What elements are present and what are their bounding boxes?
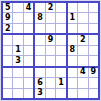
cell-r3c5[interactable] — [46, 24, 55, 33]
cell-r2c1: 9 — [3, 13, 12, 22]
cell-r4c5: 9 — [46, 35, 55, 44]
sudoku-block-1-0: 13 — [3, 35, 33, 65]
cell-r1c8[interactable] — [78, 3, 87, 12]
cell-r8c1[interactable] — [3, 78, 12, 87]
cell-r6c7[interactable] — [68, 56, 77, 65]
cell-r6c8[interactable] — [78, 56, 87, 65]
cell-r1c7[interactable] — [68, 3, 77, 12]
sudoku-block-0-2: 1 — [68, 3, 98, 33]
cell-r8c9[interactable] — [89, 78, 98, 87]
cell-r1c5: 2 — [46, 3, 55, 12]
sudoku-block-1-1: 9 — [35, 35, 65, 65]
cell-r6c5[interactable] — [46, 56, 55, 65]
cell-r9c7[interactable] — [68, 89, 77, 98]
cell-r1c6[interactable] — [56, 3, 65, 12]
cell-r3c6[interactable] — [56, 24, 65, 33]
sudoku-block-0-1: 28 — [35, 3, 65, 33]
cell-r1c2[interactable] — [13, 3, 22, 12]
cell-r7c6[interactable] — [56, 68, 65, 77]
cell-r9c8[interactable] — [78, 89, 87, 98]
cell-r8c4: 6 — [35, 78, 44, 87]
cell-r7c2[interactable] — [13, 68, 22, 77]
sudoku-block-0-0: 5492 — [3, 3, 33, 33]
cell-r3c7[interactable] — [68, 24, 77, 33]
sudoku-block-2-0 — [3, 68, 33, 98]
cell-r1c3: 4 — [24, 3, 33, 12]
cell-r3c2[interactable] — [13, 24, 22, 33]
cell-r4c7[interactable] — [68, 35, 77, 44]
cell-r9c5[interactable] — [46, 89, 55, 98]
cell-r2c5[interactable] — [46, 13, 55, 22]
cell-r7c1[interactable] — [3, 68, 12, 77]
cell-r4c2[interactable] — [13, 35, 22, 44]
cell-r6c2: 3 — [13, 56, 22, 65]
cell-r4c9[interactable] — [89, 35, 98, 44]
cell-r3c3[interactable] — [24, 24, 33, 33]
sudoku-block-2-2: 49 — [68, 68, 98, 98]
cell-r1c1: 5 — [3, 3, 12, 12]
cell-r3c8[interactable] — [78, 24, 87, 33]
cell-r5c6[interactable] — [56, 46, 65, 55]
cell-r6c4[interactable] — [35, 56, 44, 65]
cell-r4c4[interactable] — [35, 35, 44, 44]
cell-r6c3[interactable] — [24, 56, 33, 65]
cell-r4c6[interactable] — [56, 35, 65, 44]
cell-r7c5[interactable] — [46, 68, 55, 77]
cell-r7c8: 4 — [78, 68, 87, 77]
cell-r5c7: 8 — [68, 46, 77, 55]
cell-r8c5[interactable] — [46, 78, 55, 87]
cell-r5c9[interactable] — [89, 46, 98, 55]
cell-r2c2[interactable] — [13, 13, 22, 22]
cell-r4c8: 2 — [78, 35, 87, 44]
cell-r7c9: 9 — [89, 68, 98, 77]
cell-r3c1: 2 — [3, 24, 12, 33]
cell-r5c8[interactable] — [78, 46, 87, 55]
cell-r9c9[interactable] — [89, 89, 98, 98]
cell-r7c3[interactable] — [24, 68, 33, 77]
cell-r7c7[interactable] — [68, 68, 77, 77]
cell-r6c6[interactable] — [56, 56, 65, 65]
cell-r3c4[interactable] — [35, 24, 44, 33]
cell-r5c5[interactable] — [46, 46, 55, 55]
sudoku-board-frame: 54922811392861349 — [0, 0, 101, 101]
cell-r8c2[interactable] — [13, 78, 22, 87]
cell-r2c4: 8 — [35, 13, 44, 22]
cell-r9c4: 3 — [35, 89, 44, 98]
cell-r9c6[interactable] — [56, 89, 65, 98]
cell-r6c9[interactable] — [89, 56, 98, 65]
cell-r1c4[interactable] — [35, 3, 44, 12]
cell-r9c3[interactable] — [24, 89, 33, 98]
cell-r4c1[interactable] — [3, 35, 12, 44]
cell-r2c7: 1 — [68, 13, 77, 22]
cell-r7c4[interactable] — [35, 68, 44, 77]
cell-r8c7[interactable] — [68, 78, 77, 87]
cell-r2c9[interactable] — [89, 13, 98, 22]
cell-r6c1[interactable] — [3, 56, 12, 65]
cell-r8c3[interactable] — [24, 78, 33, 87]
cell-r5c3[interactable] — [24, 46, 33, 55]
cell-r1c9[interactable] — [89, 3, 98, 12]
sudoku-block-2-1: 613 — [35, 68, 65, 98]
cell-r9c1[interactable] — [3, 89, 12, 98]
cell-r5c1[interactable] — [3, 46, 12, 55]
cell-r2c8[interactable] — [78, 13, 87, 22]
cell-r2c3[interactable] — [24, 13, 33, 22]
sudoku-block-1-2: 28 — [68, 35, 98, 65]
cell-r4c3[interactable] — [24, 35, 33, 44]
sudoku-board: 54922811392861349 — [1, 1, 100, 100]
cell-r2c6[interactable] — [56, 13, 65, 22]
cell-r3c9[interactable] — [89, 24, 98, 33]
cell-r8c6: 1 — [56, 78, 65, 87]
cell-r5c2: 1 — [13, 46, 22, 55]
cell-r8c8[interactable] — [78, 78, 87, 87]
cell-r5c4[interactable] — [35, 46, 44, 55]
cell-r9c2[interactable] — [13, 89, 22, 98]
